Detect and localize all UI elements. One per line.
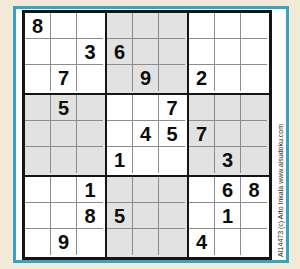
cell-r9c9[interactable]	[241, 229, 267, 255]
cell-r8c9[interactable]	[241, 203, 267, 229]
sudoku-image: 837692574517318956814 AI14473 (c) Arto I…	[0, 0, 300, 269]
cell-r5c7[interactable]: 7	[189, 121, 215, 147]
cell-r8c6[interactable]	[159, 203, 185, 229]
cell-r3c8[interactable]	[215, 65, 241, 91]
cell-r3c6[interactable]	[159, 65, 185, 91]
cell-r2c9[interactable]	[241, 39, 267, 65]
cell-r8c8[interactable]: 1	[215, 203, 241, 229]
cell-r3c2[interactable]: 7	[51, 65, 77, 91]
box-8: 5	[106, 176, 188, 258]
cell-r4c1[interactable]	[25, 95, 51, 121]
cell-r6c7[interactable]	[189, 147, 215, 173]
cell-r9c1[interactable]	[25, 229, 51, 255]
cell-r5c5[interactable]: 4	[133, 121, 159, 147]
cell-r4c8[interactable]	[215, 95, 241, 121]
cell-r2c5[interactable]	[133, 39, 159, 65]
cell-r7c7[interactable]	[189, 177, 215, 203]
cell-r2c4[interactable]: 6	[107, 39, 133, 65]
cell-r4c4[interactable]	[107, 95, 133, 121]
box-9: 6814	[188, 176, 270, 258]
cell-r1c3[interactable]	[77, 13, 103, 39]
sudoku-board: 837692574517318956814	[22, 10, 272, 260]
cell-r9c5[interactable]	[133, 229, 159, 255]
cell-r4c2[interactable]: 5	[51, 95, 77, 121]
cell-r1c1[interactable]: 8	[25, 13, 51, 39]
cell-r4c7[interactable]	[189, 95, 215, 121]
cell-r8c5[interactable]	[133, 203, 159, 229]
cell-r1c7[interactable]	[189, 13, 215, 39]
cell-r7c4[interactable]	[107, 177, 133, 203]
cell-r3c7[interactable]: 2	[189, 65, 215, 91]
cell-r6c1[interactable]	[25, 147, 51, 173]
box-2: 69	[106, 12, 188, 94]
cell-r7c6[interactable]	[159, 177, 185, 203]
cell-r3c5[interactable]: 9	[133, 65, 159, 91]
cell-r3c4[interactable]	[107, 65, 133, 91]
box-5: 7451	[106, 94, 188, 176]
box-6: 73	[188, 94, 270, 176]
box-1: 837	[24, 12, 106, 94]
cell-r9c7[interactable]: 4	[189, 229, 215, 255]
cell-r8c4[interactable]: 5	[107, 203, 133, 229]
cell-r4c9[interactable]	[241, 95, 267, 121]
cell-r4c5[interactable]	[133, 95, 159, 121]
cell-r1c5[interactable]	[133, 13, 159, 39]
cell-r5c4[interactable]	[107, 121, 133, 147]
cell-r5c8[interactable]	[215, 121, 241, 147]
cell-r2c8[interactable]	[215, 39, 241, 65]
cell-r7c5[interactable]	[133, 177, 159, 203]
cell-r7c1[interactable]	[25, 177, 51, 203]
cell-r2c1[interactable]	[25, 39, 51, 65]
cell-r2c3[interactable]: 3	[77, 39, 103, 65]
cell-r4c6[interactable]: 7	[159, 95, 185, 121]
cell-r6c8[interactable]: 3	[215, 147, 241, 173]
cell-r3c1[interactable]	[25, 65, 51, 91]
cell-r6c9[interactable]	[241, 147, 267, 173]
cell-r8c3[interactable]: 8	[77, 203, 103, 229]
cell-r1c4[interactable]	[107, 13, 133, 39]
cell-r3c3[interactable]	[77, 65, 103, 91]
cell-r7c9[interactable]: 8	[241, 177, 267, 203]
box-3: 2	[188, 12, 270, 94]
cell-r1c9[interactable]	[241, 13, 267, 39]
credit-text: AI14473 (c) Arto Inkala www.aisudoku.com	[277, 124, 284, 257]
cell-r7c2[interactable]	[51, 177, 77, 203]
cell-r6c3[interactable]	[77, 147, 103, 173]
box-7: 189	[24, 176, 106, 258]
cell-r2c2[interactable]	[51, 39, 77, 65]
cell-r5c1[interactable]	[25, 121, 51, 147]
cell-r8c7[interactable]	[189, 203, 215, 229]
cell-r8c2[interactable]	[51, 203, 77, 229]
cell-r4c3[interactable]	[77, 95, 103, 121]
cell-r2c7[interactable]	[189, 39, 215, 65]
cell-r2c6[interactable]	[159, 39, 185, 65]
cell-r7c3[interactable]: 1	[77, 177, 103, 203]
cell-r9c2[interactable]: 9	[51, 229, 77, 255]
cell-r9c8[interactable]	[215, 229, 241, 255]
cell-r9c4[interactable]	[107, 229, 133, 255]
cell-r3c9[interactable]	[241, 65, 267, 91]
cell-r9c6[interactable]	[159, 229, 185, 255]
cell-r5c6[interactable]: 5	[159, 121, 185, 147]
cell-r7c8[interactable]: 6	[215, 177, 241, 203]
cell-r1c6[interactable]	[159, 13, 185, 39]
cell-r5c3[interactable]	[77, 121, 103, 147]
cell-r5c9[interactable]	[241, 121, 267, 147]
cell-r6c5[interactable]	[133, 147, 159, 173]
cell-r5c2[interactable]	[51, 121, 77, 147]
box-4: 5	[24, 94, 106, 176]
cell-r6c4[interactable]: 1	[107, 147, 133, 173]
cell-r1c8[interactable]	[215, 13, 241, 39]
cell-r8c1[interactable]	[25, 203, 51, 229]
cell-r6c2[interactable]	[51, 147, 77, 173]
cell-r6c6[interactable]	[159, 147, 185, 173]
cell-r9c3[interactable]	[77, 229, 103, 255]
cell-r1c2[interactable]	[51, 13, 77, 39]
